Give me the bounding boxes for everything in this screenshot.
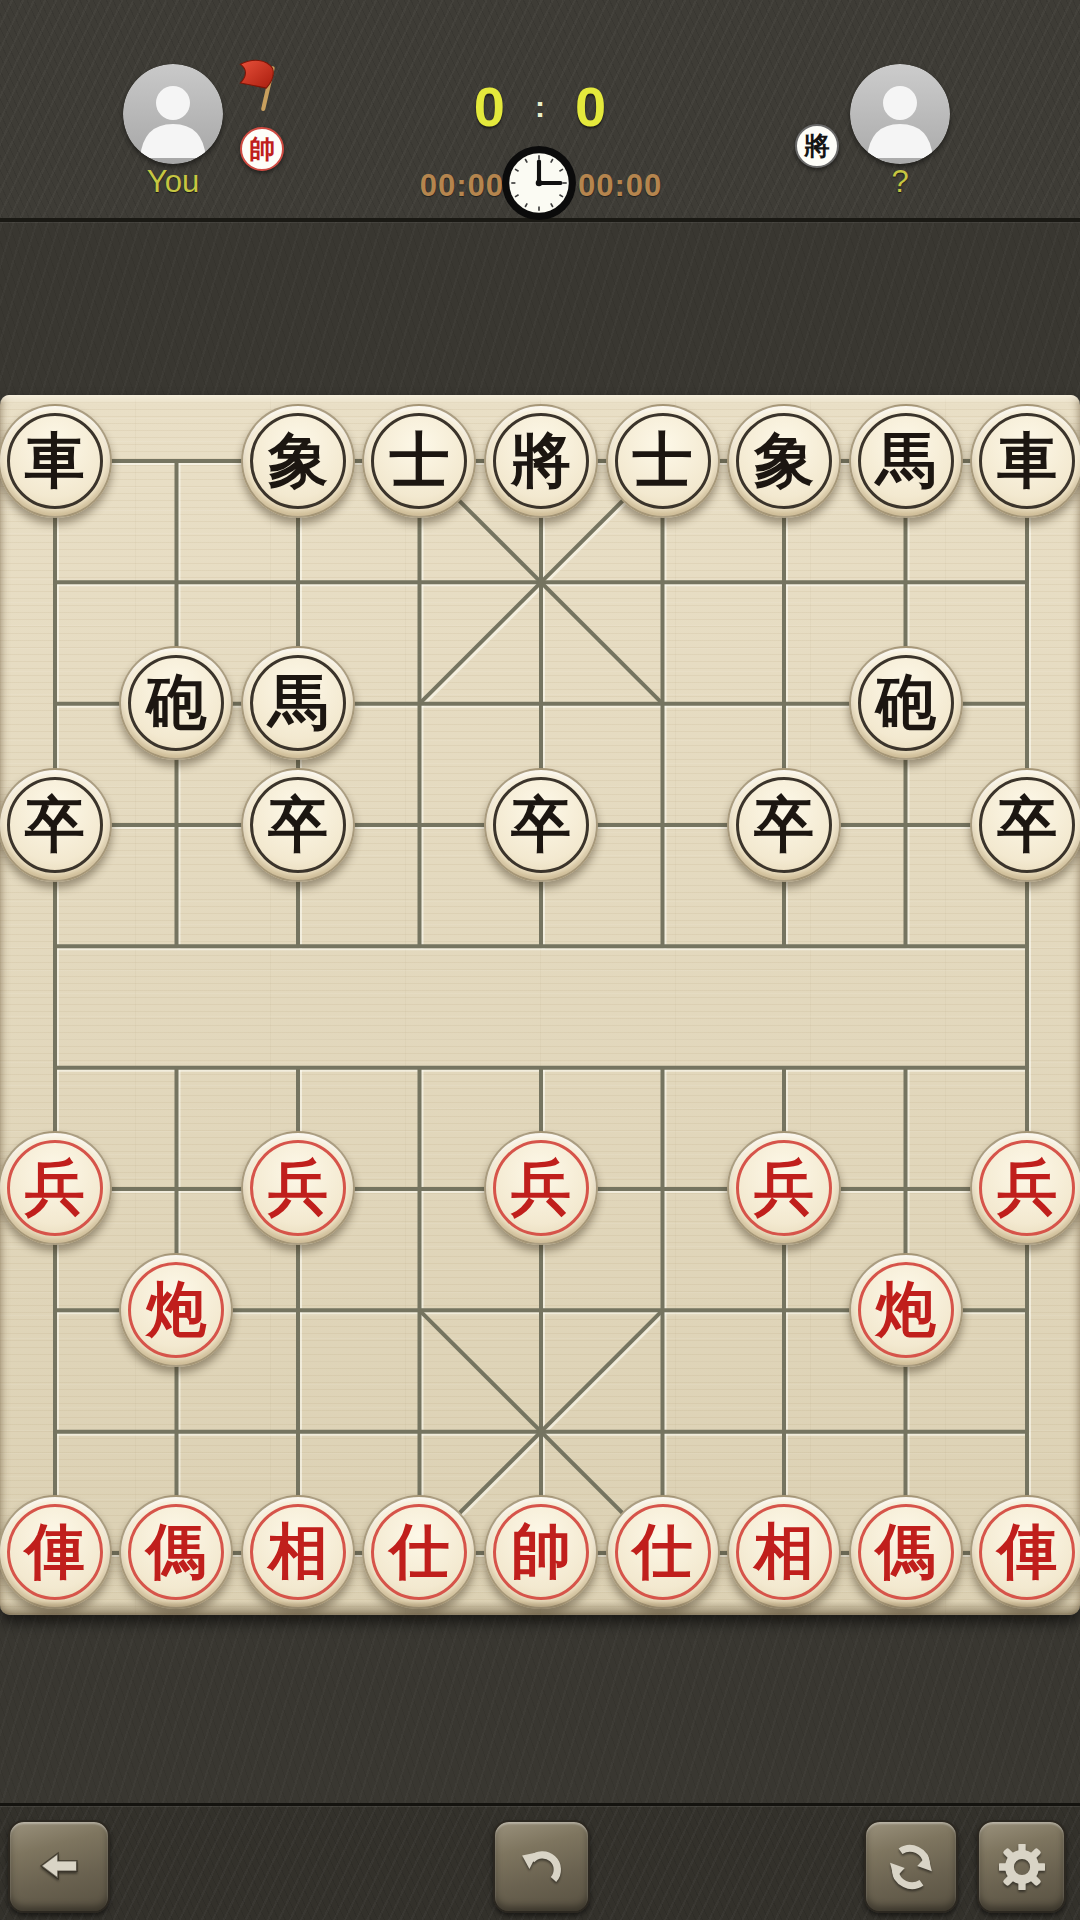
back-button[interactable]	[8, 1820, 110, 1913]
piece-red-p[interactable]: 兵	[970, 1131, 1080, 1245]
piece-glyph: 兵	[754, 1157, 814, 1217]
left-player-name: You	[93, 164, 253, 200]
piece-black-a[interactable]: 士	[606, 404, 720, 518]
score-separator: :	[535, 92, 545, 122]
piece-red-c[interactable]: 炮	[849, 1253, 963, 1367]
piece-glyph: 象	[754, 430, 814, 490]
piece-glyph: 俥	[997, 1521, 1057, 1581]
piece-glyph: 帥	[511, 1521, 571, 1581]
piece-red-k[interactable]: 帥	[484, 1495, 598, 1609]
piece-glyph: 車	[25, 430, 85, 490]
piece-black-p[interactable]: 卒	[241, 768, 355, 882]
piece-glyph: 將	[511, 430, 571, 490]
piece-glyph: 相	[268, 1521, 328, 1581]
piece-red-n[interactable]: 傌	[849, 1495, 963, 1609]
piece-glyph: 車	[997, 430, 1057, 490]
piece-glyph: 俥	[25, 1521, 85, 1581]
piece-red-a[interactable]: 仕	[606, 1495, 720, 1609]
piece-red-p[interactable]: 兵	[0, 1131, 112, 1245]
piece-black-p[interactable]: 卒	[0, 768, 112, 882]
right-timer: 00:00	[578, 168, 694, 204]
piece-glyph: 卒	[25, 794, 85, 854]
right-player-avatar[interactable]	[850, 64, 950, 164]
app-screen: 帥 You 0 : 0 00:00 00:00	[0, 0, 1080, 1920]
undo-button[interactable]	[493, 1820, 590, 1913]
piece-glyph: 象	[268, 430, 328, 490]
piece-red-r[interactable]: 俥	[0, 1495, 112, 1609]
person-silhouette-icon	[850, 64, 950, 164]
piece-glyph: 兵	[25, 1157, 85, 1217]
piece-red-b[interactable]: 相	[241, 1495, 355, 1609]
right-player-side-badge: 將	[795, 124, 839, 168]
piece-glyph: 傌	[876, 1521, 936, 1581]
piece-glyph: 炮	[146, 1279, 206, 1339]
piece-black-p[interactable]: 卒	[484, 768, 598, 882]
badge-glyph: 將	[804, 133, 830, 159]
piece-glyph: 士	[389, 430, 449, 490]
piece-glyph: 卒	[511, 794, 571, 854]
piece-glyph: 士	[633, 430, 693, 490]
xiangqi-board[interactable]: 車象士將士象馬車砲馬砲卒卒卒卒卒兵兵兵兵兵炮炮俥傌相仕帥仕相傌俥	[0, 395, 1080, 1615]
rotate-board-button[interactable]	[864, 1820, 958, 1913]
left-timer: 00:00	[388, 168, 504, 204]
piece-red-p[interactable]: 兵	[727, 1131, 841, 1245]
piece-black-r[interactable]: 車	[0, 404, 112, 518]
piece-glyph: 砲	[876, 672, 936, 732]
piece-glyph: 卒	[268, 794, 328, 854]
piece-glyph: 兵	[997, 1157, 1057, 1217]
piece-red-a[interactable]: 仕	[362, 1495, 476, 1609]
piece-glyph: 馬	[876, 430, 936, 490]
piece-red-r[interactable]: 俥	[970, 1495, 1080, 1609]
undo-arrow-icon	[519, 1844, 565, 1890]
piece-black-c[interactable]: 砲	[119, 646, 233, 760]
piece-glyph: 傌	[146, 1521, 206, 1581]
right-player-name: ?	[820, 164, 980, 200]
top-bar: 帥 You 0 : 0 00:00 00:00	[0, 0, 1080, 222]
piece-glyph: 砲	[146, 672, 206, 732]
piece-black-b[interactable]: 象	[241, 404, 355, 518]
piece-red-n[interactable]: 傌	[119, 1495, 233, 1609]
gear-icon	[999, 1844, 1045, 1890]
piece-glyph: 仕	[389, 1521, 449, 1581]
piece-glyph: 兵	[268, 1157, 328, 1217]
piece-black-a[interactable]: 士	[362, 404, 476, 518]
back-arrow-icon	[36, 1844, 82, 1890]
piece-glyph: 卒	[997, 794, 1057, 854]
piece-black-p[interactable]: 卒	[970, 768, 1080, 882]
piece-red-p[interactable]: 兵	[241, 1131, 355, 1245]
piece-black-b[interactable]: 象	[727, 404, 841, 518]
score-right: 0	[575, 79, 606, 135]
piece-black-r[interactable]: 車	[970, 404, 1080, 518]
piece-red-b[interactable]: 相	[727, 1495, 841, 1609]
piece-black-n[interactable]: 馬	[241, 646, 355, 760]
pieces-layer: 車象士將士象馬車砲馬砲卒卒卒卒卒兵兵兵兵兵炮炮俥傌相仕帥仕相傌俥	[0, 400, 1080, 1613]
piece-glyph: 卒	[754, 794, 814, 854]
piece-black-p[interactable]: 卒	[727, 768, 841, 882]
piece-glyph: 相	[754, 1521, 814, 1581]
bottom-toolbar	[0, 1803, 1080, 1920]
score-left: 0	[474, 79, 505, 135]
settings-button[interactable]	[977, 1820, 1066, 1913]
piece-red-c[interactable]: 炮	[119, 1253, 233, 1367]
clock-icon	[500, 144, 578, 222]
piece-black-n[interactable]: 馬	[849, 404, 963, 518]
piece-glyph: 馬	[268, 672, 328, 732]
piece-black-k[interactable]: 將	[484, 404, 598, 518]
piece-glyph: 兵	[511, 1157, 571, 1217]
rotate-icon	[888, 1844, 934, 1890]
piece-red-p[interactable]: 兵	[484, 1131, 598, 1245]
piece-black-c[interactable]: 砲	[849, 646, 963, 760]
piece-glyph: 仕	[633, 1521, 693, 1581]
badge-glyph: 帥	[249, 136, 275, 162]
piece-glyph: 炮	[876, 1279, 936, 1339]
